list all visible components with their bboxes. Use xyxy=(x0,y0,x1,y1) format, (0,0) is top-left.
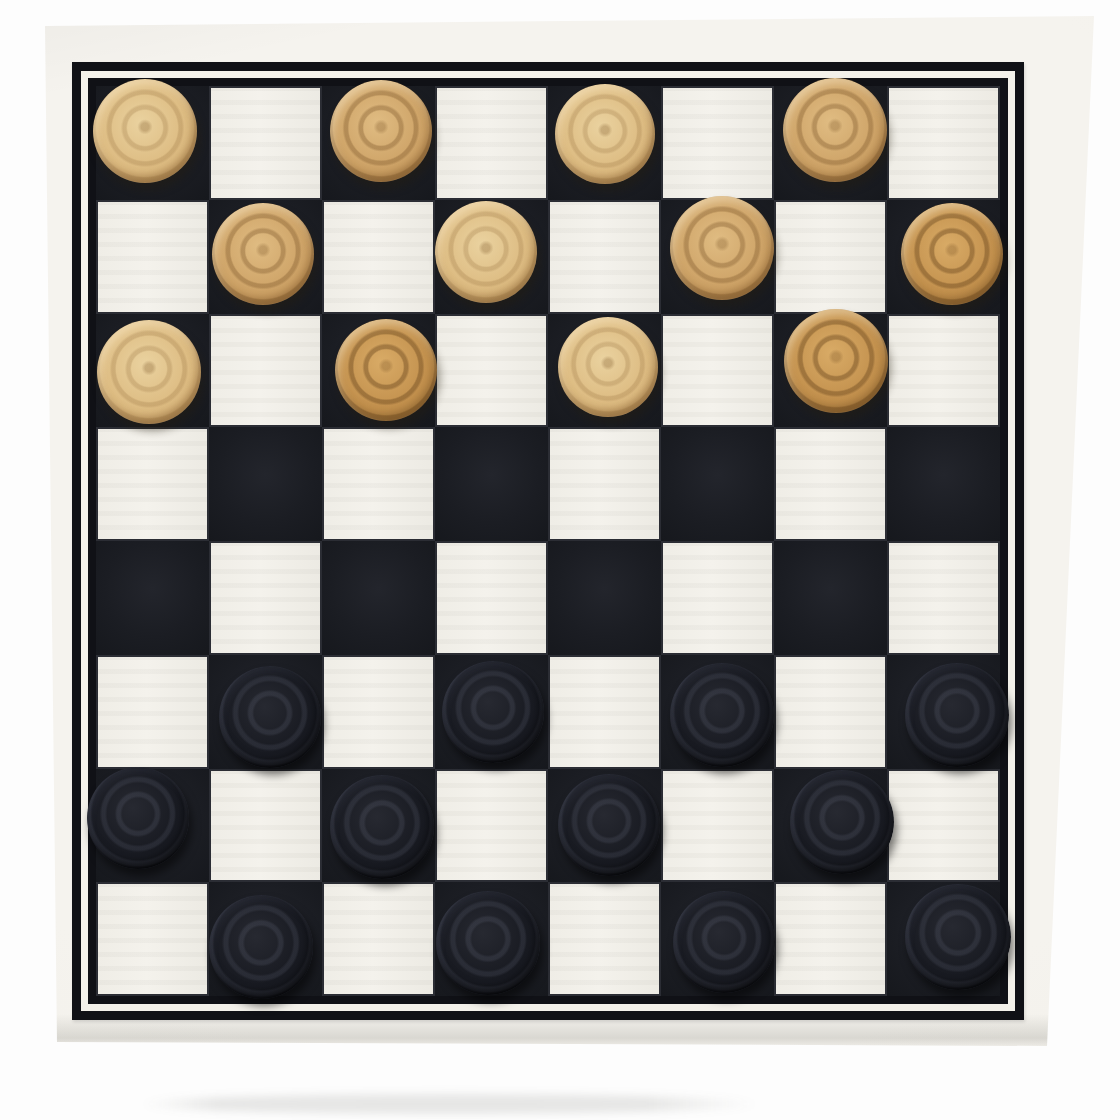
black-man-r8c6[interactable] xyxy=(673,891,775,993)
square-r5c8[interactable] xyxy=(887,541,1000,655)
square-r5c1[interactable] xyxy=(96,541,209,655)
black-man-r7c5[interactable] xyxy=(558,774,660,876)
square-r4c8[interactable] xyxy=(887,427,1000,541)
square-r3c6[interactable] xyxy=(661,314,774,428)
square-r3c4[interactable] xyxy=(435,314,548,428)
wood-man-r1c7[interactable] xyxy=(783,78,887,182)
wood-man-r3c7[interactable] xyxy=(784,309,888,413)
square-r2c1[interactable] xyxy=(96,200,209,314)
square-r5c7[interactable] xyxy=(774,541,887,655)
square-r6c5[interactable] xyxy=(548,655,661,769)
black-man-r8c4[interactable] xyxy=(436,891,540,995)
board-grid xyxy=(96,86,1000,996)
wood-man-r3c1[interactable] xyxy=(97,320,201,424)
square-r4c1[interactable] xyxy=(96,427,209,541)
mat-cast-shadow xyxy=(140,1094,760,1114)
wood-man-r2c2[interactable] xyxy=(212,203,314,305)
black-man-r7c1[interactable] xyxy=(87,767,189,869)
square-r1c2[interactable] xyxy=(209,86,322,200)
black-man-r7c3[interactable] xyxy=(330,775,434,879)
wood-man-r2c4[interactable] xyxy=(435,201,537,303)
square-r7c8[interactable] xyxy=(887,769,1000,883)
board-frame xyxy=(72,62,1024,1020)
wood-man-r3c3[interactable] xyxy=(335,319,437,421)
black-man-r6c2[interactable] xyxy=(219,666,321,768)
square-r2c3[interactable] xyxy=(322,200,435,314)
black-man-r6c4[interactable] xyxy=(442,661,544,763)
square-r5c4[interactable] xyxy=(435,541,548,655)
square-r3c2[interactable] xyxy=(209,314,322,428)
board-inner-frame xyxy=(88,78,1008,1004)
square-r8c3[interactable] xyxy=(322,882,435,996)
square-r1c8[interactable] xyxy=(887,86,1000,200)
square-r6c7[interactable] xyxy=(774,655,887,769)
wood-man-r2c6[interactable] xyxy=(670,196,774,300)
square-r4c5[interactable] xyxy=(548,427,661,541)
black-man-r8c2[interactable] xyxy=(209,895,313,999)
black-man-r6c8[interactable] xyxy=(905,663,1009,767)
square-r4c2[interactable] xyxy=(209,427,322,541)
square-r2c7[interactable] xyxy=(774,200,887,314)
square-r1c6[interactable] xyxy=(661,86,774,200)
square-r6c1[interactable] xyxy=(96,655,209,769)
square-r7c4[interactable] xyxy=(435,769,548,883)
square-r4c7[interactable] xyxy=(774,427,887,541)
wood-man-r1c3[interactable] xyxy=(330,80,432,182)
square-r1c4[interactable] xyxy=(435,86,548,200)
square-r8c5[interactable] xyxy=(548,882,661,996)
square-r4c4[interactable] xyxy=(435,427,548,541)
board-photo xyxy=(0,0,1120,1120)
wood-man-r3c5[interactable] xyxy=(558,317,658,417)
square-r2c5[interactable] xyxy=(548,200,661,314)
square-r5c3[interactable] xyxy=(322,541,435,655)
square-r7c2[interactable] xyxy=(209,769,322,883)
black-man-r6c6[interactable] xyxy=(670,663,774,767)
wood-man-r1c5[interactable] xyxy=(555,84,655,184)
square-r7c6[interactable] xyxy=(661,769,774,883)
square-r8c1[interactable] xyxy=(96,882,209,996)
black-man-r7c7[interactable] xyxy=(790,770,894,874)
square-r5c5[interactable] xyxy=(548,541,661,655)
wood-man-r1c1[interactable] xyxy=(93,79,197,183)
wood-man-r2c8[interactable] xyxy=(901,203,1003,305)
square-r3c8[interactable] xyxy=(887,314,1000,428)
square-r5c2[interactable] xyxy=(209,541,322,655)
square-r8c7[interactable] xyxy=(774,882,887,996)
square-r6c3[interactable] xyxy=(322,655,435,769)
square-r5c6[interactable] xyxy=(661,541,774,655)
square-r4c3[interactable] xyxy=(322,427,435,541)
black-man-r8c8[interactable] xyxy=(905,884,1011,990)
square-r4c6[interactable] xyxy=(661,427,774,541)
